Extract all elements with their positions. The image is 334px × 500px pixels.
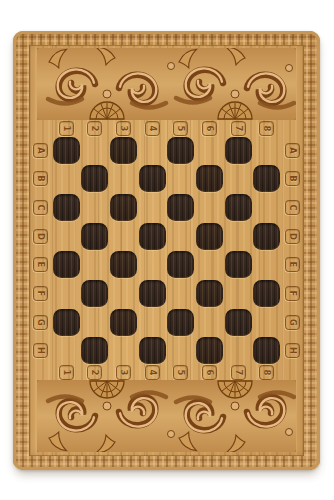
square-a5[interactable]: [167, 136, 196, 165]
file-label: 6: [195, 365, 224, 380]
square-e8[interactable]: [252, 251, 281, 280]
rank-label-glyph: C: [33, 200, 48, 215]
square-g4[interactable]: [138, 308, 167, 337]
file-label: 5: [167, 365, 196, 380]
rank-label-glyph: B: [33, 171, 48, 186]
dark-square: [253, 280, 280, 307]
square-c3[interactable]: [109, 193, 138, 222]
square-b6[interactable]: [195, 165, 224, 194]
rank-label: B: [281, 165, 304, 194]
square-d8[interactable]: [252, 222, 281, 251]
rank-label: G: [281, 308, 304, 337]
file-label-glyph: 1: [59, 365, 74, 380]
rank-label-glyph: A: [285, 143, 300, 158]
file-label: 6: [195, 120, 224, 136]
square-a2[interactable]: [81, 136, 110, 165]
square-a3[interactable]: [109, 136, 138, 165]
file-label: 2: [81, 365, 110, 380]
square-h1[interactable]: [52, 336, 81, 365]
file-label-glyph: 8: [259, 365, 274, 380]
rank-label-glyph: E: [33, 257, 48, 272]
square-e1[interactable]: [52, 251, 81, 280]
rank-label: H: [29, 336, 52, 365]
file-labels-bottom: 12345678: [52, 365, 281, 380]
dark-square: [196, 337, 223, 364]
square-b7[interactable]: [224, 165, 253, 194]
file-label-glyph: 4: [145, 365, 160, 380]
square-f7[interactable]: [224, 279, 253, 308]
square-d3[interactable]: [109, 222, 138, 251]
square-f5[interactable]: [167, 279, 196, 308]
dark-square: [110, 251, 137, 278]
file-label: 5: [167, 120, 196, 136]
square-f1[interactable]: [52, 279, 81, 308]
square-g3[interactable]: [109, 308, 138, 337]
file-label-glyph: 6: [202, 121, 217, 136]
board-middle: ABCDEFGH ABCDEFGH: [29, 136, 304, 365]
file-label-glyph: 2: [87, 121, 102, 136]
file-label: 1: [52, 365, 81, 380]
file-label: 7: [224, 365, 253, 380]
rank-labels-left: ABCDEFGH: [29, 136, 52, 365]
file-label-glyph: 2: [87, 365, 102, 380]
rank-label-glyph: F: [33, 286, 48, 301]
dark-square: [225, 309, 252, 336]
acanthus-scroll-band-top: [37, 48, 296, 120]
dark-square: [53, 251, 80, 278]
dark-square: [167, 251, 194, 278]
square-b5[interactable]: [167, 165, 196, 194]
square-f3[interactable]: [109, 279, 138, 308]
rank-label: E: [281, 251, 304, 280]
rank-labels-right: ABCDEFGH: [281, 136, 304, 365]
game-board: 12345678 ABCDEFGH ABCDEFGH 12345678: [13, 31, 320, 470]
rank-label: A: [281, 136, 304, 165]
square-b1[interactable]: [52, 165, 81, 194]
rank-label-glyph: F: [285, 286, 300, 301]
rank-label-glyph: H: [285, 343, 300, 358]
dark-square: [139, 223, 166, 250]
rank-label: B: [29, 165, 52, 194]
acanthus-scroll-band-bottom: [37, 380, 296, 452]
square-b4[interactable]: [138, 165, 167, 194]
dark-square: [196, 280, 223, 307]
square-h7[interactable]: [224, 336, 253, 365]
square-h2[interactable]: [81, 336, 110, 365]
square-g1[interactable]: [52, 308, 81, 337]
file-label-glyph: 7: [231, 121, 246, 136]
file-label: 7: [224, 120, 253, 136]
dark-square: [253, 223, 280, 250]
square-b2[interactable]: [81, 165, 110, 194]
square-e5[interactable]: [167, 251, 196, 280]
dark-square: [53, 309, 80, 336]
file-label: 3: [109, 120, 138, 136]
rank-label-glyph: B: [285, 171, 300, 186]
dark-square: [225, 251, 252, 278]
rank-label: E: [29, 251, 52, 280]
square-h4[interactable]: [138, 336, 167, 365]
square-a8[interactable]: [252, 136, 281, 165]
dark-square: [225, 137, 252, 164]
square-d2[interactable]: [81, 222, 110, 251]
file-label-glyph: 3: [116, 365, 131, 380]
square-f8[interactable]: [252, 279, 281, 308]
square-g7[interactable]: [224, 308, 253, 337]
file-label-glyph: 1: [59, 121, 74, 136]
file-label-glyph: 5: [173, 121, 188, 136]
dark-square: [81, 337, 108, 364]
square-d7[interactable]: [224, 222, 253, 251]
square-a6[interactable]: [195, 136, 224, 165]
dark-square: [253, 165, 280, 192]
rank-label-glyph: D: [33, 229, 48, 244]
dark-square: [167, 194, 194, 221]
square-h8[interactable]: [252, 336, 281, 365]
file-label-glyph: 4: [145, 121, 160, 136]
square-d5[interactable]: [167, 222, 196, 251]
rank-label: H: [281, 336, 304, 365]
file-label-glyph: 8: [259, 121, 274, 136]
dark-square: [225, 194, 252, 221]
dark-square: [253, 337, 280, 364]
dark-square: [110, 309, 137, 336]
square-h5[interactable]: [167, 336, 196, 365]
dark-square: [167, 309, 194, 336]
square-e6[interactable]: [195, 251, 224, 280]
rank-label-glyph: G: [33, 315, 48, 330]
square-f4[interactable]: [138, 279, 167, 308]
file-label-glyph: 5: [173, 365, 188, 380]
square-c7[interactable]: [224, 193, 253, 222]
file-label: 8: [252, 365, 281, 380]
rank-label: C: [29, 193, 52, 222]
dark-square: [81, 165, 108, 192]
rank-label: C: [281, 193, 304, 222]
square-e3[interactable]: [109, 251, 138, 280]
rank-label: F: [281, 279, 304, 308]
dark-square: [139, 165, 166, 192]
square-b8[interactable]: [252, 165, 281, 194]
rank-label-glyph: E: [285, 257, 300, 272]
square-g8[interactable]: [252, 308, 281, 337]
rank-label-glyph: H: [33, 343, 48, 358]
square-d4[interactable]: [138, 222, 167, 251]
rank-label: D: [281, 222, 304, 251]
scroll-carving-icon: [37, 48, 296, 120]
rank-label: G: [29, 308, 52, 337]
square-g2[interactable]: [81, 308, 110, 337]
dark-square: [110, 194, 137, 221]
scroll-carving-icon: [37, 380, 296, 452]
square-a4[interactable]: [138, 136, 167, 165]
dark-square: [53, 137, 80, 164]
square-e4[interactable]: [138, 251, 167, 280]
square-d6[interactable]: [195, 222, 224, 251]
square-c6[interactable]: [195, 193, 224, 222]
file-label-glyph: 6: [202, 365, 217, 380]
file-label-glyph: 7: [231, 365, 246, 380]
square-b3[interactable]: [109, 165, 138, 194]
square-c8[interactable]: [252, 193, 281, 222]
board-field: 12345678 ABCDEFGH ABCDEFGH 12345678: [29, 45, 304, 456]
rank-label-glyph: D: [285, 229, 300, 244]
file-label: 2: [81, 120, 110, 136]
file-label: 8: [252, 120, 281, 136]
rank-label-glyph: A: [33, 143, 48, 158]
square-g5[interactable]: [167, 308, 196, 337]
square-a1[interactable]: [52, 136, 81, 165]
square-h6[interactable]: [195, 336, 224, 365]
dark-square: [139, 337, 166, 364]
dark-square: [139, 280, 166, 307]
square-c4[interactable]: [138, 193, 167, 222]
dark-square: [81, 223, 108, 250]
square-e7[interactable]: [224, 251, 253, 280]
dark-square: [196, 223, 223, 250]
rank-label-glyph: C: [285, 200, 300, 215]
rank-label: D: [29, 222, 52, 251]
square-c1[interactable]: [52, 193, 81, 222]
file-labels-top: 12345678: [52, 120, 281, 136]
square-e2[interactable]: [81, 251, 110, 280]
dark-square: [196, 165, 223, 192]
rank-label: F: [29, 279, 52, 308]
file-label: 1: [52, 120, 81, 136]
file-label-glyph: 3: [116, 121, 131, 136]
dark-square: [81, 280, 108, 307]
square-h3[interactable]: [109, 336, 138, 365]
rank-label-glyph: G: [285, 315, 300, 330]
square-a7[interactable]: [224, 136, 253, 165]
dark-square: [53, 194, 80, 221]
file-label: 4: [138, 365, 167, 380]
square-d1[interactable]: [52, 222, 81, 251]
dark-square: [110, 137, 137, 164]
file-label: 3: [109, 365, 138, 380]
dark-square: [167, 137, 194, 164]
square-f6[interactable]: [195, 279, 224, 308]
checkerboard-grid: [52, 136, 281, 365]
square-c2[interactable]: [81, 193, 110, 222]
rank-label: A: [29, 136, 52, 165]
square-f2[interactable]: [81, 279, 110, 308]
square-c5[interactable]: [167, 193, 196, 222]
square-g6[interactable]: [195, 308, 224, 337]
file-label: 4: [138, 120, 167, 136]
photo-background: 12345678 ABCDEFGH ABCDEFGH 12345678: [0, 0, 334, 500]
